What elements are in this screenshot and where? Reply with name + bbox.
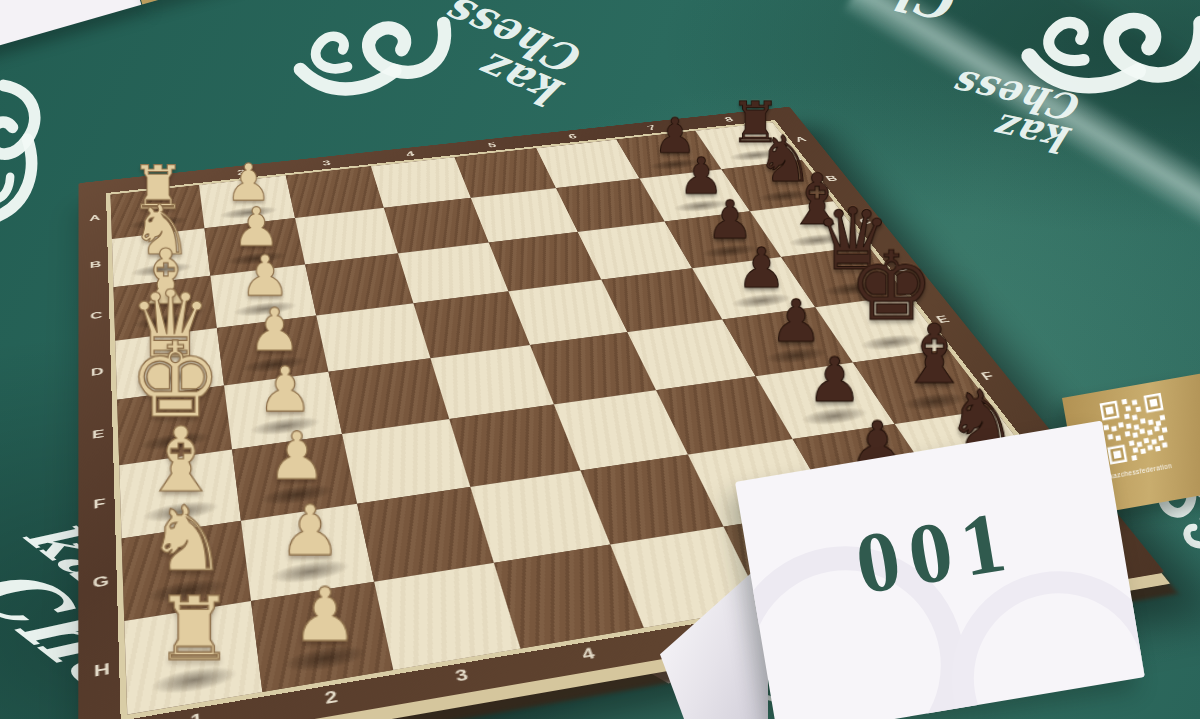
coord-near-rank-1: 1: [181, 708, 212, 719]
square-h3[interactable]: [374, 563, 520, 670]
table-number-card: 001: [655, 440, 1125, 719]
coord-left-file-H: H: [87, 658, 116, 683]
square-e4[interactable]: [430, 345, 553, 419]
coord-far-rank-3: 3: [316, 158, 337, 169]
piece-white-rook-h1[interactable]: ♜: [135, 555, 252, 680]
square-e6[interactable]: [627, 320, 755, 391]
square-g4[interactable]: [470, 471, 610, 563]
coord-far-rank-4: 4: [400, 149, 421, 159]
coord-near-rank-4: 4: [571, 642, 605, 667]
square-h4[interactable]: [494, 544, 644, 648]
coord-left-file-D: D: [86, 364, 109, 380]
piece-white-pawn-h2[interactable]: ♟: [267, 535, 382, 658]
coord-left-file-F: F: [87, 494, 113, 514]
square-h2[interactable]: ♟: [251, 582, 393, 692]
table-number: 001: [744, 472, 1127, 632]
photo-tournament-chess-table: kaz Chess Chess kaz Chess kaz Chess Ches…: [0, 0, 1200, 719]
square-c6[interactable]: [578, 221, 693, 279]
coord-left-file-G: G: [87, 571, 115, 593]
coord-left-file-C: C: [85, 308, 107, 322]
coord-left-file-B: B: [85, 258, 106, 271]
table-number-card-front: 001: [735, 421, 1145, 719]
coord-left-file-E: E: [86, 426, 111, 444]
coord-far-rank-6: 6: [562, 132, 584, 142]
coord-near-rank-2: 2: [315, 685, 347, 711]
coord-near-rank-3: 3: [445, 663, 478, 688]
coord-far-rank-5: 5: [482, 140, 503, 150]
coord-left-file-A: A: [85, 212, 105, 224]
square-h1[interactable]: ♜: [124, 601, 262, 715]
